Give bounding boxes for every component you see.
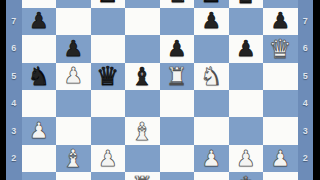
- square-h6[interactable]: ♛: [263, 35, 298, 62]
- square-c6[interactable]: [91, 35, 126, 62]
- square-b1[interactable]: [56, 172, 91, 180]
- white-queen-piece: ♛: [269, 36, 292, 62]
- square-a7[interactable]: ♟: [22, 8, 57, 35]
- black-pawn-piece: ♟: [167, 38, 187, 60]
- square-f6[interactable]: [194, 35, 229, 62]
- square-f1[interactable]: [194, 172, 229, 180]
- white-pawn-piece: ♟: [201, 148, 221, 170]
- square-g2[interactable]: ♟: [229, 145, 264, 172]
- rank-label-2-right: 2: [298, 153, 314, 164]
- rank-label-4-right: 4: [298, 98, 314, 109]
- black-king-piece: ♚: [234, 0, 257, 7]
- square-f3[interactable]: [194, 117, 229, 144]
- white-pawn-piece: ♟: [270, 148, 290, 170]
- square-e5[interactable]: ♜: [160, 63, 195, 90]
- square-d3[interactable]: ♝: [125, 117, 160, 144]
- square-c7[interactable]: [91, 8, 126, 35]
- square-b7[interactable]: [56, 8, 91, 35]
- square-b4[interactable]: [56, 90, 91, 117]
- square-g1[interactable]: ♚: [229, 172, 264, 180]
- white-pawn-piece: ♟: [98, 148, 118, 170]
- black-pawn-piece: ♟: [29, 10, 49, 32]
- white-bishop-piece: ♝: [62, 146, 84, 171]
- square-f4[interactable]: [194, 90, 229, 117]
- square-e6[interactable]: ♟: [160, 35, 195, 62]
- square-c1[interactable]: [91, 172, 126, 180]
- rank-coordinate-strip-right: 765432: [298, 0, 314, 180]
- black-rook-piece: ♜: [200, 0, 222, 6]
- square-h1[interactable]: [263, 172, 298, 180]
- square-d5[interactable]: ♝: [125, 63, 160, 90]
- square-e4[interactable]: [160, 90, 195, 117]
- square-f7[interactable]: ♟: [194, 8, 229, 35]
- black-knight-piece: ♞: [166, 0, 188, 6]
- square-h4[interactable]: [263, 90, 298, 117]
- rank-label-7-right: 7: [298, 16, 314, 27]
- square-c2[interactable]: ♟: [91, 145, 126, 172]
- black-knight-piece: ♞: [28, 64, 50, 89]
- square-e1[interactable]: [160, 172, 195, 180]
- square-d4[interactable]: [125, 90, 160, 117]
- square-f8[interactable]: ♜: [194, 0, 229, 8]
- square-a4[interactable]: [22, 90, 57, 117]
- square-d6[interactable]: [125, 35, 160, 62]
- white-rook-piece: ♜: [131, 173, 153, 180]
- square-d1[interactable]: ♜: [125, 172, 160, 180]
- square-h2[interactable]: ♟: [263, 145, 298, 172]
- white-king-piece: ♚: [234, 173, 257, 180]
- rank-label-3-left: 3: [6, 126, 22, 137]
- square-g6[interactable]: ♟: [229, 35, 264, 62]
- square-c5[interactable]: ♛: [91, 63, 126, 90]
- black-pawn-piece: ♟: [236, 38, 256, 60]
- rank-label-5-right: 5: [298, 71, 314, 82]
- black-pawn-piece: ♟: [270, 10, 290, 32]
- white-bishop-piece: ♝: [131, 119, 153, 144]
- black-rook-piece: ♜: [97, 0, 119, 6]
- black-bishop-piece: ♝: [131, 64, 153, 89]
- square-a5[interactable]: ♞: [22, 63, 57, 90]
- square-b8[interactable]: [56, 0, 91, 8]
- square-h5[interactable]: [263, 63, 298, 90]
- video-frame: 765432 ♜♞♜♚♟♟♟♟♟♟♛♞♟♛♝♜♞♟♝♝♟♟♟♟♜♚ 765432: [0, 0, 320, 180]
- square-h3[interactable]: [263, 117, 298, 144]
- square-h8[interactable]: [263, 0, 298, 8]
- rank-label-2-left: 2: [6, 153, 22, 164]
- square-e3[interactable]: [160, 117, 195, 144]
- square-g4[interactable]: [229, 90, 264, 117]
- rank-label-7-left: 7: [6, 16, 22, 27]
- rank-label-5-left: 5: [6, 71, 22, 82]
- rank-label-4-left: 4: [6, 98, 22, 109]
- square-c4[interactable]: [91, 90, 126, 117]
- rank-coordinate-strip-left: 765432: [6, 0, 22, 180]
- white-pawn-piece: ♟: [63, 65, 83, 87]
- square-c8[interactable]: ♜: [91, 0, 126, 8]
- square-g8[interactable]: ♚: [229, 0, 264, 8]
- rank-label-6-left: 6: [6, 43, 22, 54]
- white-pawn-piece: ♟: [29, 120, 49, 142]
- square-a1[interactable]: [22, 172, 57, 180]
- white-rook-piece: ♜: [166, 64, 188, 89]
- square-h7[interactable]: ♟: [263, 8, 298, 35]
- black-pawn-piece: ♟: [201, 10, 221, 32]
- square-f2[interactable]: ♟: [194, 145, 229, 172]
- chess-board: ♜♞♜♚♟♟♟♟♟♟♛♞♟♛♝♜♞♟♝♝♟♟♟♟♜♚: [22, 0, 298, 180]
- square-b5[interactable]: ♟: [56, 63, 91, 90]
- square-a2[interactable]: [22, 145, 57, 172]
- square-b6[interactable]: ♟: [56, 35, 91, 62]
- white-pawn-piece: ♟: [236, 148, 256, 170]
- square-c3[interactable]: [91, 117, 126, 144]
- square-f5[interactable]: ♞: [194, 63, 229, 90]
- square-a3[interactable]: ♟: [22, 117, 57, 144]
- square-d8[interactable]: [125, 0, 160, 8]
- rank-label-3-right: 3: [298, 126, 314, 137]
- square-g3[interactable]: [229, 117, 264, 144]
- black-queen-piece: ♛: [96, 63, 119, 89]
- black-pawn-piece: ♟: [63, 38, 83, 60]
- square-e7[interactable]: [160, 8, 195, 35]
- square-d7[interactable]: [125, 8, 160, 35]
- square-e2[interactable]: [160, 145, 195, 172]
- square-d2[interactable]: [125, 145, 160, 172]
- white-knight-piece: ♞: [200, 64, 222, 89]
- square-b2[interactable]: ♝: [56, 145, 91, 172]
- square-e8[interactable]: ♞: [160, 0, 195, 8]
- square-g5[interactable]: [229, 63, 264, 90]
- rank-label-6-right: 6: [298, 43, 314, 54]
- square-b3[interactable]: [56, 117, 91, 144]
- square-a8[interactable]: [22, 0, 57, 8]
- square-g7[interactable]: [229, 8, 264, 35]
- square-a6[interactable]: [22, 35, 57, 62]
